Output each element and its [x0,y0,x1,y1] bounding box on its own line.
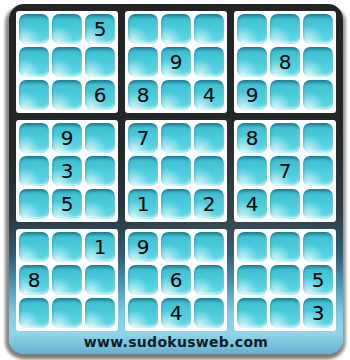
box-1-3: 89 [234,11,336,113]
box-2-1: 935 [16,120,118,222]
site-url: www.sudokusweb.com [84,334,268,350]
cell-r8c7[interactable] [237,265,267,295]
cell-r6c2[interactable]: 5 [52,189,82,219]
cell-r3c2[interactable] [52,80,82,110]
cell-r8c3[interactable] [85,265,115,295]
cell-r1c5[interactable] [161,14,191,44]
cell-r7c5[interactable] [161,232,191,262]
cell-r7c3[interactable]: 1 [85,232,115,262]
cell-r5c1[interactable] [19,156,49,186]
cell-r5c7[interactable] [237,156,267,186]
cell-r5c3[interactable] [85,156,115,186]
cell-r6c6[interactable]: 2 [194,189,224,219]
cell-r4c2[interactable]: 9 [52,123,82,153]
cell-r3c5[interactable] [161,80,191,110]
box-3-3: 53 [234,229,336,331]
cell-r4c3[interactable] [85,123,115,153]
cell-r3c6[interactable]: 4 [194,80,224,110]
cell-r6c4[interactable]: 1 [128,189,158,219]
cell-r5c9[interactable] [303,156,333,186]
box-2-3: 874 [234,120,336,222]
cell-r1c9[interactable] [303,14,333,44]
cell-r9c6[interactable] [194,298,224,328]
cell-r1c6[interactable] [194,14,224,44]
cell-r9c3[interactable] [85,298,115,328]
cell-r8c2[interactable] [52,265,82,295]
cell-r4c7[interactable]: 8 [237,123,267,153]
box-2-2: 712 [125,120,227,222]
cell-r8c4[interactable] [128,265,158,295]
cell-r5c6[interactable] [194,156,224,186]
cell-r4c9[interactable] [303,123,333,153]
cell-r9c9[interactable]: 3 [303,298,333,328]
cell-r2c6[interactable] [194,47,224,77]
cell-r2c8[interactable]: 8 [270,47,300,77]
cell-r1c3[interactable]: 5 [85,14,115,44]
cell-r8c1[interactable]: 8 [19,265,49,295]
cell-r6c1[interactable] [19,189,49,219]
box-3-1: 18 [16,229,118,331]
cell-r9c1[interactable] [19,298,49,328]
cell-r5c5[interactable] [161,156,191,186]
cell-r9c4[interactable] [128,298,158,328]
cell-r1c2[interactable] [52,14,82,44]
cell-r9c5[interactable]: 4 [161,298,191,328]
cell-r5c4[interactable] [128,156,158,186]
cell-r2c1[interactable] [19,47,49,77]
cell-r4c4[interactable]: 7 [128,123,158,153]
cell-r3c4[interactable]: 8 [128,80,158,110]
cell-r9c8[interactable] [270,298,300,328]
cell-r1c4[interactable] [128,14,158,44]
cell-r4c8[interactable] [270,123,300,153]
cell-r3c3[interactable]: 6 [85,80,115,110]
cell-r7c1[interactable] [19,232,49,262]
cell-r6c5[interactable] [161,189,191,219]
cell-r5c8[interactable]: 7 [270,156,300,186]
cell-r7c8[interactable] [270,232,300,262]
cell-r3c9[interactable] [303,80,333,110]
cell-r7c6[interactable] [194,232,224,262]
cell-r1c7[interactable] [237,14,267,44]
box-1-2: 984 [125,11,227,113]
sudoku-grid: 56984899357128741896453 [16,11,336,331]
box-1-1: 56 [16,11,118,113]
cell-r3c1[interactable] [19,80,49,110]
cell-r6c8[interactable] [270,189,300,219]
cell-r7c7[interactable] [237,232,267,262]
cell-r8c6[interactable] [194,265,224,295]
cell-r8c5[interactable]: 6 [161,265,191,295]
site-footer: www.sudokusweb.com [9,330,343,354]
cell-r6c3[interactable] [85,189,115,219]
cell-r4c6[interactable] [194,123,224,153]
cell-r2c2[interactable] [52,47,82,77]
cell-r2c7[interactable] [237,47,267,77]
cell-r5c2[interactable]: 3 [52,156,82,186]
cell-r4c5[interactable] [161,123,191,153]
cell-r3c7[interactable]: 9 [237,80,267,110]
cell-r6c7[interactable]: 4 [237,189,267,219]
cell-r9c2[interactable] [52,298,82,328]
cell-r6c9[interactable] [303,189,333,219]
box-3-2: 964 [125,229,227,331]
cell-r8c8[interactable] [270,265,300,295]
cell-r1c1[interactable] [19,14,49,44]
cell-r3c8[interactable] [270,80,300,110]
cell-r7c9[interactable] [303,232,333,262]
cell-r2c4[interactable] [128,47,158,77]
sudoku-board: 56984899357128741896453 www.sudokusweb.c… [9,4,343,354]
cell-r9c7[interactable] [237,298,267,328]
cell-r2c3[interactable] [85,47,115,77]
cell-r7c4[interactable]: 9 [128,232,158,262]
cell-r7c2[interactable] [52,232,82,262]
cell-r2c9[interactable] [303,47,333,77]
cell-r4c1[interactable] [19,123,49,153]
cell-r1c8[interactable] [270,14,300,44]
cell-r2c5[interactable]: 9 [161,47,191,77]
cell-r8c9[interactable]: 5 [303,265,333,295]
